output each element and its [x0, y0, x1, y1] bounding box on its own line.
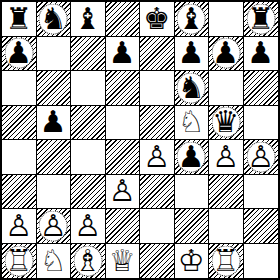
square-d5[interactable] — [106, 106, 141, 141]
square-b7[interactable] — [37, 37, 72, 72]
square-h4[interactable]: ♙ — [244, 140, 279, 175]
square-a4[interactable] — [2, 140, 37, 175]
white-king-icon: ♔ — [178, 244, 205, 278]
square-c2[interactable]: ♙ — [71, 209, 106, 244]
square-c1[interactable]: ♗ — [71, 244, 106, 279]
black-knight-icon: ♞ — [40, 2, 67, 36]
square-h5[interactable] — [244, 106, 279, 141]
white-pawn-icon: ♙ — [5, 209, 32, 243]
square-e5[interactable] — [140, 106, 175, 141]
square-h7[interactable]: ♟ — [244, 37, 279, 72]
square-d6[interactable] — [106, 71, 141, 106]
square-c5[interactable] — [71, 106, 106, 141]
black-pawn-icon: ♟ — [40, 106, 67, 140]
white-knight-icon: ♘ — [178, 106, 205, 140]
square-a7[interactable]: ♟ — [2, 37, 37, 72]
white-pawn-icon: ♙ — [143, 140, 170, 174]
square-f3[interactable] — [175, 175, 210, 210]
square-a3[interactable] — [2, 175, 37, 210]
square-g7[interactable]: ♟ — [209, 37, 244, 72]
square-g1[interactable]: ♖ — [209, 244, 244, 279]
square-e2[interactable] — [140, 209, 175, 244]
square-d7[interactable]: ♟ — [106, 37, 141, 72]
square-c6[interactable] — [71, 71, 106, 106]
square-g8[interactable] — [209, 2, 244, 37]
square-d3[interactable]: ♙ — [106, 175, 141, 210]
white-bishop-icon: ♗ — [74, 244, 101, 278]
square-d8[interactable] — [106, 2, 141, 37]
square-b8[interactable]: ♞ — [37, 2, 72, 37]
square-c7[interactable] — [71, 37, 106, 72]
square-h8[interactable]: ♜ — [244, 2, 279, 37]
square-d4[interactable] — [106, 140, 141, 175]
square-f2[interactable] — [175, 209, 210, 244]
black-knight-icon: ♞ — [178, 71, 205, 105]
square-b1[interactable]: ♘ — [37, 244, 72, 279]
chess-board: ♜♞♝♚♝♜♟♟♟♟♟♞♟♘♛♙♟♙♙♙♙♙♙♖♘♗♕♔♖ — [0, 0, 280, 280]
black-pawn-icon: ♟ — [178, 37, 205, 71]
square-f5[interactable]: ♘ — [175, 106, 210, 141]
square-g6[interactable] — [209, 71, 244, 106]
square-g4[interactable]: ♙ — [209, 140, 244, 175]
black-pawn-icon: ♟ — [247, 37, 274, 71]
square-b5[interactable]: ♟ — [37, 106, 72, 141]
white-queen-icon: ♕ — [109, 244, 136, 278]
square-e7[interactable] — [140, 37, 175, 72]
square-g5[interactable]: ♛ — [209, 106, 244, 141]
square-e8[interactable]: ♚ — [140, 2, 175, 37]
black-king-icon: ♚ — [143, 2, 170, 36]
square-b3[interactable] — [37, 175, 72, 210]
black-pawn-icon: ♟ — [212, 37, 239, 71]
black-rook-icon: ♜ — [5, 2, 32, 36]
white-rook-icon: ♖ — [5, 244, 32, 278]
black-bishop-icon: ♝ — [74, 2, 101, 36]
square-c4[interactable] — [71, 140, 106, 175]
square-a1[interactable]: ♖ — [2, 244, 37, 279]
square-b6[interactable] — [37, 71, 72, 106]
square-f4[interactable]: ♟ — [175, 140, 210, 175]
square-b2[interactable]: ♙ — [37, 209, 72, 244]
square-h6[interactable] — [244, 71, 279, 106]
black-pawn-icon: ♟ — [5, 37, 32, 71]
square-h1[interactable] — [244, 244, 279, 279]
square-e1[interactable] — [140, 244, 175, 279]
black-pawn-icon: ♟ — [109, 37, 136, 71]
square-c8[interactable]: ♝ — [71, 2, 106, 37]
white-rook-icon: ♖ — [212, 244, 239, 278]
white-pawn-icon: ♙ — [212, 140, 239, 174]
square-f8[interactable]: ♝ — [175, 2, 210, 37]
square-f7[interactable]: ♟ — [175, 37, 210, 72]
square-d1[interactable]: ♕ — [106, 244, 141, 279]
square-f1[interactable]: ♔ — [175, 244, 210, 279]
black-bishop-icon: ♝ — [178, 2, 205, 36]
square-c3[interactable] — [71, 175, 106, 210]
square-e4[interactable]: ♙ — [140, 140, 175, 175]
square-e3[interactable] — [140, 175, 175, 210]
white-pawn-icon: ♙ — [74, 209, 101, 243]
square-g3[interactable] — [209, 175, 244, 210]
white-pawn-icon: ♙ — [247, 140, 274, 174]
square-e6[interactable] — [140, 71, 175, 106]
square-a2[interactable]: ♙ — [2, 209, 37, 244]
square-d2[interactable] — [106, 209, 141, 244]
black-queen-icon: ♛ — [212, 106, 239, 140]
square-a8[interactable]: ♜ — [2, 2, 37, 37]
square-a6[interactable] — [2, 71, 37, 106]
white-pawn-icon: ♙ — [109, 175, 136, 209]
black-rook-icon: ♜ — [247, 2, 274, 36]
white-knight-icon: ♘ — [40, 244, 67, 278]
square-f6[interactable]: ♞ — [175, 71, 210, 106]
square-a5[interactable] — [2, 106, 37, 141]
square-h3[interactable] — [244, 175, 279, 210]
square-h2[interactable] — [244, 209, 279, 244]
square-g2[interactable] — [209, 209, 244, 244]
black-pawn-icon: ♟ — [178, 140, 205, 174]
square-b4[interactable] — [37, 140, 72, 175]
white-pawn-icon: ♙ — [40, 209, 67, 243]
